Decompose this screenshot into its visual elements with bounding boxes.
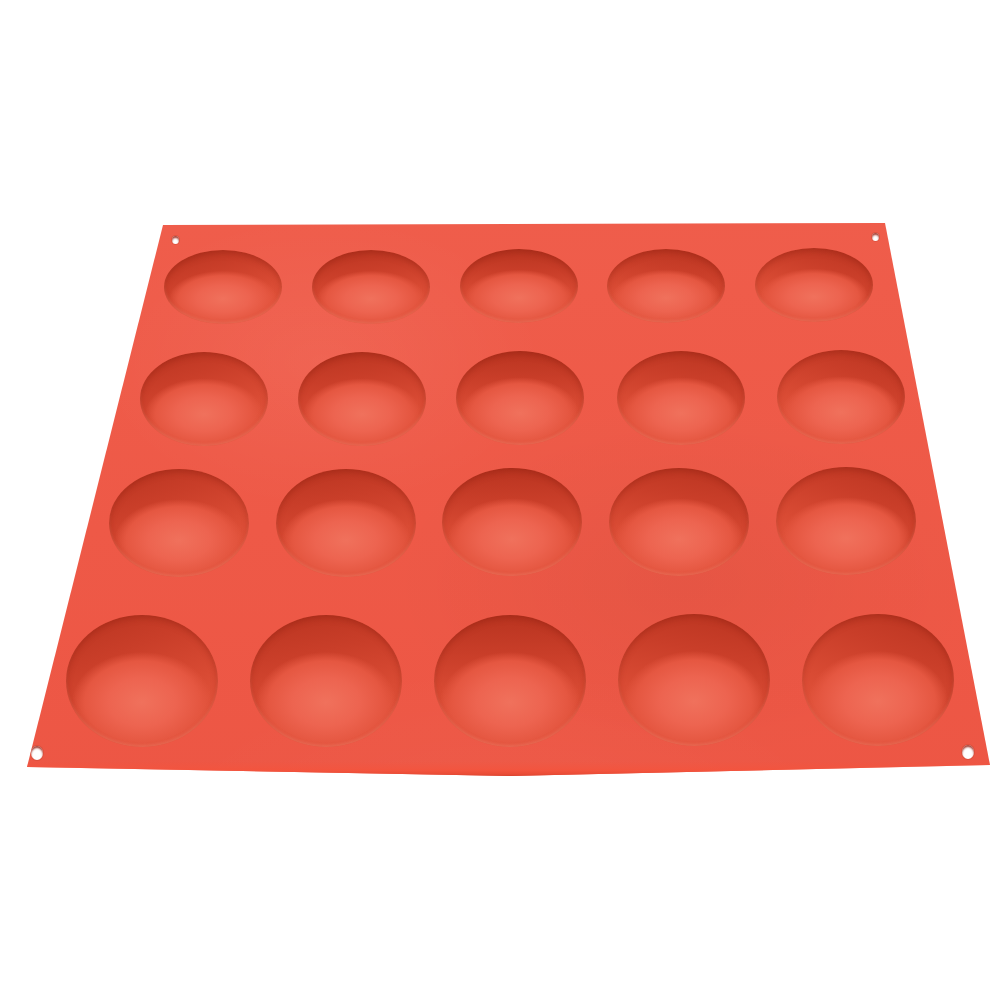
mold-cavity-r3c1	[109, 469, 249, 577]
mold-cavity-r1c2	[312, 250, 430, 324]
mold-cavity-r4c3	[434, 615, 586, 747]
hanging-hole-top-left	[172, 236, 179, 244]
mold-cavity-r1c4	[607, 249, 725, 323]
mold-cavity-r4c4	[618, 614, 770, 746]
mold-cavity-r3c4	[609, 468, 749, 576]
hanging-hole-bottom-left	[31, 746, 43, 759]
mold-cavity-r2c3	[456, 351, 584, 445]
mold-cavity-r4c1	[66, 615, 218, 747]
mold-cavity-r3c2	[276, 469, 416, 577]
hanging-hole-top-right	[872, 233, 879, 241]
mold-cavity-r2c4	[617, 351, 745, 445]
hanging-hole-bottom-right	[962, 745, 974, 758]
mold-cavity-r1c3	[460, 249, 578, 323]
silicone-mold	[0, 0, 1005, 1005]
mold-cavity-r1c1	[164, 250, 282, 324]
mold-cavity-r4c2	[250, 615, 402, 747]
mold-cavity-r4c5	[802, 614, 954, 746]
mold-cavity-r1c5	[755, 248, 873, 322]
mold-cavity-r2c5	[777, 350, 905, 444]
mold-cavity-r3c3	[442, 468, 582, 576]
mold-cavity-r2c2	[298, 352, 426, 446]
mold-cavity-r2c1	[140, 352, 268, 446]
photo-background	[0, 0, 1005, 1005]
mold-front-edge	[0, 761, 1005, 776]
mold-cavity-r3c5	[776, 467, 916, 575]
